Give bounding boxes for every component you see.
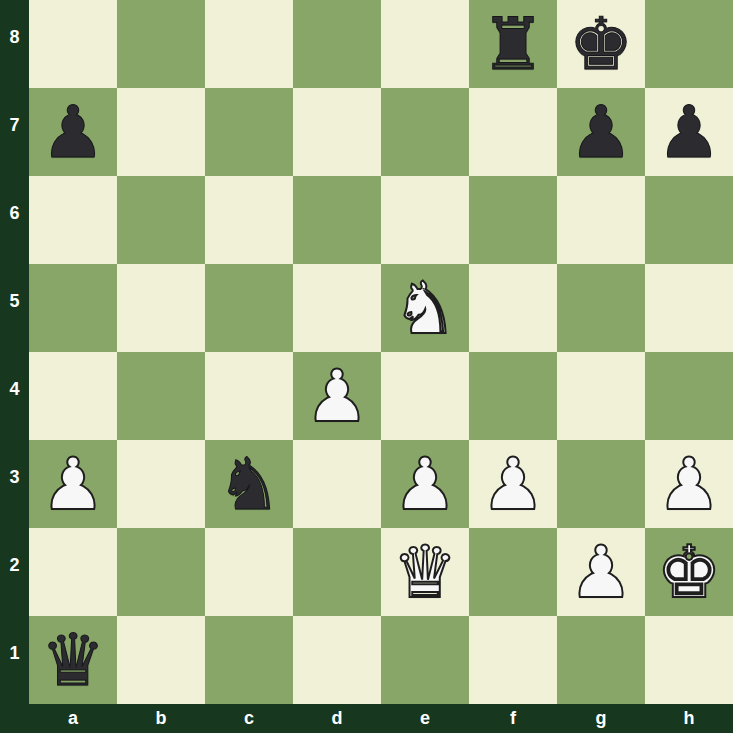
rank-label-5: 5 <box>0 264 29 352</box>
square-h8[interactable] <box>645 0 733 88</box>
square-c5[interactable] <box>205 264 293 352</box>
piece-white-pawn-h3[interactable]: ♟ <box>645 440 733 528</box>
file-label-e: e <box>381 704 469 733</box>
square-h4[interactable] <box>645 352 733 440</box>
square-g1[interactable] <box>557 616 645 704</box>
file-labels-row: abcdefgh <box>29 704 733 733</box>
square-d5[interactable] <box>293 264 381 352</box>
square-b8[interactable] <box>117 0 205 88</box>
square-d8[interactable] <box>293 0 381 88</box>
chess-board-frame: 87654321 ♜♚♟♟♟♞♟♟♞♟♟♟♛♟♚♛ abcdefgh <box>0 0 733 733</box>
square-g6[interactable] <box>557 176 645 264</box>
square-a5[interactable] <box>29 264 117 352</box>
square-h7[interactable]: ♟ <box>645 88 733 176</box>
square-c1[interactable] <box>205 616 293 704</box>
square-c3[interactable]: ♞ <box>205 440 293 528</box>
rank-label-4: 4 <box>0 352 29 440</box>
square-d6[interactable] <box>293 176 381 264</box>
square-d1[interactable] <box>293 616 381 704</box>
rank-label-8: 8 <box>0 0 29 88</box>
rank-label-2: 2 <box>0 528 29 616</box>
piece-black-pawn-g7[interactable]: ♟ <box>557 88 645 176</box>
square-f3[interactable]: ♟ <box>469 440 557 528</box>
square-a1[interactable]: ♛ <box>29 616 117 704</box>
square-d3[interactable] <box>293 440 381 528</box>
square-e7[interactable] <box>381 88 469 176</box>
square-d2[interactable] <box>293 528 381 616</box>
square-e3[interactable]: ♟ <box>381 440 469 528</box>
piece-black-rook-f8[interactable]: ♜ <box>469 0 557 88</box>
square-e8[interactable] <box>381 0 469 88</box>
square-g2[interactable]: ♟ <box>557 528 645 616</box>
square-h6[interactable] <box>645 176 733 264</box>
square-b6[interactable] <box>117 176 205 264</box>
square-f1[interactable] <box>469 616 557 704</box>
square-e6[interactable] <box>381 176 469 264</box>
square-a6[interactable] <box>29 176 117 264</box>
rank-label-1: 1 <box>0 616 29 704</box>
square-e4[interactable] <box>381 352 469 440</box>
file-label-b: b <box>117 704 205 733</box>
square-f2[interactable] <box>469 528 557 616</box>
square-a2[interactable] <box>29 528 117 616</box>
square-e5[interactable]: ♞ <box>381 264 469 352</box>
square-g7[interactable]: ♟ <box>557 88 645 176</box>
square-b2[interactable] <box>117 528 205 616</box>
square-a8[interactable] <box>29 0 117 88</box>
file-label-c: c <box>205 704 293 733</box>
file-label-a: a <box>29 704 117 733</box>
square-b3[interactable] <box>117 440 205 528</box>
square-f5[interactable] <box>469 264 557 352</box>
square-c6[interactable] <box>205 176 293 264</box>
piece-white-pawn-a3[interactable]: ♟ <box>29 440 117 528</box>
square-h5[interactable] <box>645 264 733 352</box>
piece-white-king-h2[interactable]: ♚ <box>645 528 733 616</box>
square-e1[interactable] <box>381 616 469 704</box>
rank-label-7: 7 <box>0 88 29 176</box>
rank-labels-column: 87654321 <box>0 0 29 704</box>
file-label-f: f <box>469 704 557 733</box>
square-c7[interactable] <box>205 88 293 176</box>
piece-white-pawn-d4[interactable]: ♟ <box>293 352 381 440</box>
piece-white-knight-e5[interactable]: ♞ <box>381 264 469 352</box>
file-label-g: g <box>557 704 645 733</box>
file-label-d: d <box>293 704 381 733</box>
square-f4[interactable] <box>469 352 557 440</box>
square-f7[interactable] <box>469 88 557 176</box>
square-f6[interactable] <box>469 176 557 264</box>
chess-board: ♜♚♟♟♟♞♟♟♞♟♟♟♛♟♚♛ <box>29 0 733 704</box>
square-c8[interactable] <box>205 0 293 88</box>
square-g4[interactable] <box>557 352 645 440</box>
square-f8[interactable]: ♜ <box>469 0 557 88</box>
square-h2[interactable]: ♚ <box>645 528 733 616</box>
file-label-h: h <box>645 704 733 733</box>
piece-white-pawn-e3[interactable]: ♟ <box>381 440 469 528</box>
piece-white-pawn-g2[interactable]: ♟ <box>557 528 645 616</box>
square-b1[interactable] <box>117 616 205 704</box>
square-h3[interactable]: ♟ <box>645 440 733 528</box>
square-e2[interactable]: ♛ <box>381 528 469 616</box>
piece-black-pawn-h7[interactable]: ♟ <box>645 88 733 176</box>
rank-label-6: 6 <box>0 176 29 264</box>
square-b5[interactable] <box>117 264 205 352</box>
piece-black-queen-a1[interactable]: ♛ <box>29 616 117 704</box>
square-a7[interactable]: ♟ <box>29 88 117 176</box>
square-b7[interactable] <box>117 88 205 176</box>
piece-white-queen-e2[interactable]: ♛ <box>381 528 469 616</box>
square-d4[interactable]: ♟ <box>293 352 381 440</box>
piece-black-knight-c3[interactable]: ♞ <box>205 440 293 528</box>
square-c2[interactable] <box>205 528 293 616</box>
square-a3[interactable]: ♟ <box>29 440 117 528</box>
piece-white-pawn-f3[interactable]: ♟ <box>469 440 557 528</box>
piece-black-pawn-a7[interactable]: ♟ <box>29 88 117 176</box>
rank-label-3: 3 <box>0 440 29 528</box>
square-g8[interactable]: ♚ <box>557 0 645 88</box>
piece-black-king-g8[interactable]: ♚ <box>557 0 645 88</box>
square-h1[interactable] <box>645 616 733 704</box>
square-c4[interactable] <box>205 352 293 440</box>
square-g3[interactable] <box>557 440 645 528</box>
square-g5[interactable] <box>557 264 645 352</box>
square-d7[interactable] <box>293 88 381 176</box>
square-a4[interactable] <box>29 352 117 440</box>
square-b4[interactable] <box>117 352 205 440</box>
